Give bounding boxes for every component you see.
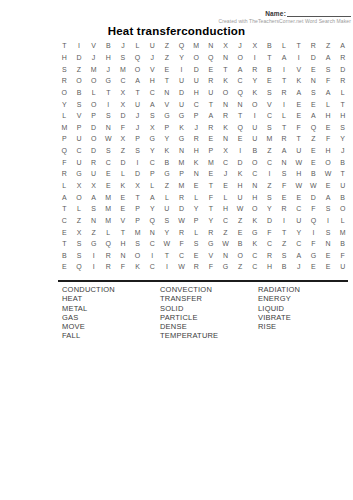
grid-cell-r6c8: V — [160, 98, 175, 110]
grid-cell-r9c15: M — [262, 133, 277, 145]
grid-cell-r10c11: P — [203, 145, 218, 157]
name-line: Name: — [265, 9, 351, 17]
grid-cell-r15c12: H — [218, 203, 233, 215]
grid-cell-r6c3: O — [86, 98, 101, 110]
grid-cell-r18c2: S — [72, 238, 87, 250]
grid-cell-r3c2: Z — [72, 63, 87, 75]
grid-cell-r2c10: O — [189, 52, 204, 64]
grid-cell-r12c5: L — [116, 168, 131, 180]
grid-cell-r13c4: E — [101, 180, 116, 192]
grid-cell-r20c16: B — [277, 261, 292, 273]
grid-cell-r8c10: J — [189, 121, 204, 133]
grid-cell-r8c7: X — [145, 121, 160, 133]
grid-cell-r10c8: K — [160, 145, 175, 157]
grid-cell-r7c14: I — [247, 110, 262, 122]
grid-cell-r19c4: R — [101, 250, 116, 262]
word-item: CONVECTION — [160, 285, 258, 294]
grid-cell-r10c3: D — [86, 145, 101, 157]
grid-cell-r20c8: I — [160, 261, 175, 273]
grid-cell-r12c8: G — [160, 168, 175, 180]
grid-cell-r17c20: M — [335, 226, 350, 238]
grid-cell-r5c11: U — [203, 87, 218, 99]
grid-cell-r11c13: D — [233, 156, 248, 168]
grid-cell-r11c19: O — [321, 156, 336, 168]
grid-cell-r9c5: X — [116, 133, 131, 145]
grid-cell-r2c3: J — [86, 52, 101, 64]
grid-cell-r6c17: E — [291, 98, 306, 110]
grid-cell-r11c4: C — [101, 156, 116, 168]
grid-cell-r11c18: E — [306, 156, 321, 168]
grid-cell-r19c15: R — [262, 250, 277, 262]
grid-cell-r2c2: D — [72, 52, 87, 64]
grid-cell-r18c19: N — [321, 238, 336, 250]
grid-cell-r8c3: D — [86, 121, 101, 133]
grid-cell-r6c6: U — [130, 98, 145, 110]
grid-cell-r2c17: I — [291, 52, 306, 64]
grid-cell-r12c10: N — [189, 168, 204, 180]
grid-cell-r11c11: M — [203, 156, 218, 168]
word-item: FALL — [62, 331, 160, 340]
grid-cell-r1c16: L — [277, 40, 292, 52]
grid-cell-r7c4: S — [101, 110, 116, 122]
grid-cell-r13c18: W — [306, 180, 321, 192]
grid-cell-r2c15: T — [262, 52, 277, 64]
grid-cell-r12c12: J — [218, 168, 233, 180]
grid-cell-r18c13: B — [233, 238, 248, 250]
grid-cell-r12c20: T — [335, 168, 350, 180]
grid-cell-r20c1: E — [57, 261, 72, 273]
grid-cell-r17c16: T — [277, 226, 292, 238]
grid-cell-r15c2: L — [72, 203, 87, 215]
grid-cell-r20c13: Z — [233, 261, 248, 273]
grid-cell-r11c15: C — [262, 156, 277, 168]
grid-cell-r12c7: P — [145, 168, 160, 180]
grid-cell-r1c18: R — [306, 40, 321, 52]
grid-cell-r1c8: Z — [160, 40, 175, 52]
grid-cell-r2c7: J — [145, 52, 160, 64]
grid-cell-r3c1: S — [57, 63, 72, 75]
grid-cell-r14c13: U — [233, 191, 248, 203]
grid-cell-r15c8: U — [160, 203, 175, 215]
grid-cell-r17c1: E — [57, 226, 72, 238]
grid-cell-r4c10: U — [189, 75, 204, 87]
grid-cell-r11c16: N — [277, 156, 292, 168]
grid-cell-r16c17: U — [291, 215, 306, 227]
grid-cell-r20c18: E — [306, 261, 321, 273]
grid-cell-r10c17: U — [291, 145, 306, 157]
grid-cell-r8c19: E — [321, 121, 336, 133]
grid-cell-r8c20: S — [335, 121, 350, 133]
grid-cell-r14c19: A — [321, 191, 336, 203]
grid-cell-r16c6: P — [130, 215, 145, 227]
grid-cell-r10c2: C — [72, 145, 87, 157]
grid-cell-r15c16: R — [277, 203, 292, 215]
grid-cell-r11c2: U — [72, 156, 87, 168]
grid-cell-r3c19: S — [321, 63, 336, 75]
grid-cell-r19c11: V — [203, 250, 218, 262]
grid-cell-r17c19: S — [321, 226, 336, 238]
word-item: LIQUID — [258, 304, 350, 313]
grid-cell-r16c13: Z — [233, 215, 248, 227]
grid-cell-r16c1: C — [57, 215, 72, 227]
word-item: VIBRATE — [258, 313, 350, 322]
grid-cell-r9c7: G — [145, 133, 160, 145]
grid-cell-r2c8: Z — [160, 52, 175, 64]
grid-cell-r8c4: N — [101, 121, 116, 133]
grid-cell-r15c3: S — [86, 203, 101, 215]
word-list-column-3: RADIATIONENERGYLIQUIDVIBRATERISE — [258, 285, 350, 341]
grid-cell-r14c8: L — [160, 191, 175, 203]
grid-cell-r8c11: R — [203, 121, 218, 133]
grid-cell-r18c11: G — [203, 238, 218, 250]
grid-cell-r10c9: N — [174, 145, 189, 157]
grid-cell-r7c10: P — [189, 110, 204, 122]
grid-cell-r8c13: Q — [233, 121, 248, 133]
grid-cell-r20c6: K — [130, 261, 145, 273]
grid-cell-r11c8: B — [160, 156, 175, 168]
grid-cell-r5c14: K — [247, 87, 262, 99]
word-item: DENSE — [160, 322, 258, 331]
grid-cell-r7c9: G — [174, 110, 189, 122]
grid-cell-r14c11: F — [203, 191, 218, 203]
grid-cell-r2c12: N — [218, 52, 233, 64]
name-blank-underline — [287, 9, 351, 17]
grid-cell-r12c16: S — [277, 168, 292, 180]
grid-cell-r17c6: M — [130, 226, 145, 238]
grid-cell-r4c3: O — [86, 75, 101, 87]
grid-cell-r5c4: T — [101, 87, 116, 99]
grid-cell-r12c11: E — [203, 168, 218, 180]
grid-cell-r2c14: I — [247, 52, 262, 64]
grid-cell-r9c3: O — [86, 133, 101, 145]
grid-cell-r12c4: E — [101, 168, 116, 180]
grid-cell-r5c9: D — [174, 87, 189, 99]
grid-cell-r10c18: E — [306, 145, 321, 157]
grid-cell-r14c18: D — [306, 191, 321, 203]
grid-cell-r5c20: L — [335, 87, 350, 99]
grid-cell-r2c20: R — [335, 52, 350, 64]
grid-cell-r18c5: H — [116, 238, 131, 250]
grid-cell-r4c7: H — [145, 75, 160, 87]
grid-cell-r19c18: G — [306, 250, 321, 262]
grid-cell-r10c7: Y — [145, 145, 160, 157]
grid-cell-r9c11: E — [203, 133, 218, 145]
grid-cell-r8c5: F — [116, 121, 131, 133]
grid-cell-r13c20: U — [335, 180, 350, 192]
grid-cell-r19c12: N — [218, 250, 233, 262]
grid-cell-r1c20: A — [335, 40, 350, 52]
grid-cell-r1c13: J — [233, 40, 248, 52]
grid-cell-r13c19: E — [321, 180, 336, 192]
grid-cell-r8c17: F — [291, 121, 306, 133]
grid-cell-r2c6: Q — [130, 52, 145, 64]
grid-cell-r7c8: G — [160, 110, 175, 122]
grid-cell-r13c9: M — [174, 180, 189, 192]
grid-cell-r3c13: A — [233, 63, 248, 75]
grid-cell-r13c10: E — [189, 180, 204, 192]
grid-cell-r20c15: H — [262, 261, 277, 273]
grid-cell-r5c6: T — [130, 87, 145, 99]
grid-cell-r20c7: C — [145, 261, 160, 273]
grid-cell-r4c11: R — [203, 75, 218, 87]
grid-cell-r14c14: H — [247, 191, 262, 203]
grid-cell-r13c8: Z — [160, 180, 175, 192]
grid-cell-r17c15: F — [262, 226, 277, 238]
grid-cell-r13c11: T — [203, 180, 218, 192]
grid-cell-r8c2: P — [72, 121, 87, 133]
grid-cell-r9c13: E — [233, 133, 248, 145]
grid-cell-r13c15: Z — [262, 180, 277, 192]
grid-cell-r2c5: S — [116, 52, 131, 64]
grid-cell-r11c20: B — [335, 156, 350, 168]
grid-cell-r13c13: H — [233, 180, 248, 192]
grid-cell-r12c1: R — [57, 168, 72, 180]
grid-cell-r3c18: E — [306, 63, 321, 75]
grid-cell-r4c4: G — [101, 75, 116, 87]
grid-cell-r6c14: O — [247, 98, 262, 110]
grid-cell-r5c15: S — [262, 87, 277, 99]
grid-cell-r10c15: Z — [262, 145, 277, 157]
grid-cell-r4c12: K — [218, 75, 233, 87]
grid-cell-r11c17: W — [291, 156, 306, 168]
grid-cell-r1c1: T — [57, 40, 72, 52]
grid-cell-r13c16: F — [277, 180, 292, 192]
grid-cell-r3c12: T — [218, 63, 233, 75]
grid-cell-r3c5: M — [116, 63, 131, 75]
puzzle-title: Heat transferconduction — [0, 25, 353, 37]
grid-cell-r14c16: E — [277, 191, 292, 203]
grid-cell-r4c1: R — [57, 75, 72, 87]
grid-cell-r9c17: T — [291, 133, 306, 145]
grid-cell-r4c17: K — [291, 75, 306, 87]
grid-cell-r20c3: I — [86, 261, 101, 273]
grid-cell-r4c5: C — [116, 75, 131, 87]
grid-cell-r8c12: K — [218, 121, 233, 133]
grid-cell-r19c1: B — [57, 250, 72, 262]
grid-cell-r20c9: W — [174, 261, 189, 273]
grid-cell-r9c10: R — [189, 133, 204, 145]
grid-cell-r13c17: W — [291, 180, 306, 192]
grid-cell-r20c19: E — [321, 261, 336, 273]
grid-cell-r5c8: N — [160, 87, 175, 99]
grid-cell-r1c19: Z — [321, 40, 336, 52]
grid-cell-r14c7: A — [145, 191, 160, 203]
grid-cell-r16c16: I — [277, 215, 292, 227]
grid-cell-r20c17: J — [291, 261, 306, 273]
grid-cell-r16c12: C — [218, 215, 233, 227]
grid-cell-r5c3: L — [86, 87, 101, 99]
grid-cell-r17c10: L — [189, 226, 204, 238]
word-search-grid: TIVBJLUZQMNXJXBLTRZAHDJHSQJZYOQNOITAIDAR… — [57, 40, 350, 273]
grid-cell-r14c5: E — [116, 191, 131, 203]
grid-cell-r9c9: G — [174, 133, 189, 145]
grid-cell-r16c20: L — [335, 215, 350, 227]
grid-cell-r17c8: Y — [160, 226, 175, 238]
grid-cell-r4c14: Y — [247, 75, 262, 87]
grid-cell-r7c2: V — [72, 110, 87, 122]
grid-cell-r10c4: S — [101, 145, 116, 157]
grid-cell-r19c9: C — [174, 250, 189, 262]
grid-cell-r2c1: H — [57, 52, 72, 64]
grid-cell-r7c13: T — [233, 110, 248, 122]
grid-cell-r20c14: C — [247, 261, 262, 273]
grid-cell-r16c9: W — [174, 215, 189, 227]
grid-cell-r7c17: E — [291, 110, 306, 122]
grid-cell-r9c12: N — [218, 133, 233, 145]
grid-cell-r7c6: J — [130, 110, 145, 122]
grid-cell-r20c12: G — [218, 261, 233, 273]
grid-cell-r13c14: N — [247, 180, 262, 192]
grid-cell-r14c2: O — [72, 191, 87, 203]
grid-cell-r4c15: E — [262, 75, 277, 87]
grid-cell-r17c12: Z — [218, 226, 233, 238]
grid-cell-r11c12: C — [218, 156, 233, 168]
grid-cell-r9c16: R — [277, 133, 292, 145]
grid-cell-r18c20: B — [335, 238, 350, 250]
word-list-column-2: CONVECTIONTRANSFERSOLIDPARTICLEDENSETEMP… — [160, 285, 258, 341]
grid-cell-r15c10: Y — [189, 203, 204, 215]
grid-cell-r15c15: Y — [262, 203, 277, 215]
grid-cell-r4c9: U — [174, 75, 189, 87]
grid-cell-r18c8: W — [160, 238, 175, 250]
grid-cell-r17c5: T — [116, 226, 131, 238]
grid-cell-r7c3: P — [86, 110, 101, 122]
grid-cell-r3c15: B — [262, 63, 277, 75]
grid-cell-r6c5: X — [116, 98, 131, 110]
grid-cell-r5c18: S — [306, 87, 321, 99]
grid-cell-r4c19: F — [321, 75, 336, 87]
grid-cell-r6c16: I — [277, 98, 292, 110]
grid-cell-r14c9: R — [174, 191, 189, 203]
grid-cell-r12c15: I — [262, 168, 277, 180]
grid-cell-r19c8: T — [160, 250, 175, 262]
grid-cell-r12c2: G — [72, 168, 87, 180]
grid-cell-r10c10: H — [189, 145, 204, 157]
grid-cell-r1c2: I — [72, 40, 87, 52]
grid-cell-r1c14: X — [247, 40, 262, 52]
grid-cell-r13c12: E — [218, 180, 233, 192]
grid-cell-r16c19: I — [321, 215, 336, 227]
grid-cell-r10c16: A — [277, 145, 292, 157]
grid-cell-r15c7: Y — [145, 203, 160, 215]
grid-cell-r8c16: T — [277, 121, 292, 133]
grid-cell-r18c15: C — [262, 238, 277, 250]
grid-cell-r14c1: A — [57, 191, 72, 203]
grid-cell-r11c3: R — [86, 156, 101, 168]
grid-cell-r14c17: E — [291, 191, 306, 203]
grid-cell-r5c13: Q — [233, 87, 248, 99]
grid-cell-r15c1: T — [57, 203, 72, 215]
grid-cell-r6c13: N — [233, 98, 248, 110]
grid-cell-r19c5: N — [116, 250, 131, 262]
grid-cell-r14c20: B — [335, 191, 350, 203]
grid-cell-r10c5: Z — [116, 145, 131, 157]
grid-cell-r5c12: O — [218, 87, 233, 99]
grid-cell-r14c10: L — [189, 191, 204, 203]
grid-cell-r3c8: E — [160, 63, 175, 75]
grid-cell-r18c16: Z — [277, 238, 292, 250]
grid-cell-r5c5: X — [116, 87, 131, 99]
grid-cell-r17c18: I — [306, 226, 321, 238]
grid-cell-r4c18: N — [306, 75, 321, 87]
grid-cell-r12c17: H — [291, 168, 306, 180]
grid-cell-r11c14: O — [247, 156, 262, 168]
grid-cell-r6c18: E — [306, 98, 321, 110]
grid-cell-r15c17: C — [291, 203, 306, 215]
grid-cell-r8c15: S — [262, 121, 277, 133]
grid-cell-r13c2: X — [72, 180, 87, 192]
grid-cell-r6c20: T — [335, 98, 350, 110]
grid-cell-r2c4: H — [101, 52, 116, 64]
grid-cell-r1c7: U — [145, 40, 160, 52]
grid-cell-r2c16: A — [277, 52, 292, 64]
grid-cell-r3c10: D — [189, 63, 204, 75]
grid-cell-r4c16: T — [277, 75, 292, 87]
grid-cell-r17c17: Y — [291, 226, 306, 238]
grid-cell-r4c13: C — [233, 75, 248, 87]
word-item: RISE — [258, 322, 350, 331]
grid-cell-r20c10: R — [189, 261, 204, 273]
grid-cell-r7c7: S — [145, 110, 160, 122]
grid-cell-r18c9: F — [174, 238, 189, 250]
grid-cell-r3c4: J — [101, 63, 116, 75]
word-item: ENERGY — [258, 294, 350, 303]
grid-cell-r6c7: A — [145, 98, 160, 110]
grid-cell-r17c4: L — [101, 226, 116, 238]
grid-cell-r11c5: D — [116, 156, 131, 168]
grid-cell-r16c14: K — [247, 215, 262, 227]
grid-cell-r1c17: T — [291, 40, 306, 52]
grid-cell-r12c6: D — [130, 168, 145, 180]
word-item: MOVE — [62, 322, 160, 331]
grid-cell-r3c14: R — [247, 63, 262, 75]
grid-cell-r7c19: H — [321, 110, 336, 122]
grid-cell-r20c5: F — [116, 261, 131, 273]
grid-cell-r2c13: O — [233, 52, 248, 64]
grid-cell-r16c11: Y — [203, 215, 218, 227]
grid-cell-r17c14: G — [247, 226, 262, 238]
grid-cell-r15c13: W — [233, 203, 248, 215]
grid-cell-r15c14: O — [247, 203, 262, 215]
grid-cell-r19c19: E — [321, 250, 336, 262]
grid-cell-r16c3: N — [86, 215, 101, 227]
grid-cell-r14c4: M — [101, 191, 116, 203]
grid-cell-r10c14: B — [247, 145, 262, 157]
grid-cell-r11c10: K — [189, 156, 204, 168]
word-item: PARTICLE — [160, 313, 258, 322]
grid-cell-r7c11: A — [203, 110, 218, 122]
grid-cell-r3c16: I — [277, 63, 292, 75]
grid-cell-r3c9: I — [174, 63, 189, 75]
grid-cell-r1c15: B — [262, 40, 277, 52]
grid-cell-r8c8: P — [160, 121, 175, 133]
grid-cell-r5c19: A — [321, 87, 336, 99]
grid-cell-r18c10: S — [189, 238, 204, 250]
grid-cell-r1c5: J — [116, 40, 131, 52]
grid-cell-r18c4: Q — [101, 238, 116, 250]
grid-cell-r7c1: L — [57, 110, 72, 122]
grid-cell-r18c3: G — [86, 238, 101, 250]
grid-cell-r9c20: Y — [335, 133, 350, 145]
grid-cell-r19c13: O — [233, 250, 248, 262]
grid-cell-r6c10: C — [189, 98, 204, 110]
grid-cell-r5c7: C — [145, 87, 160, 99]
grid-cell-r17c13: E — [233, 226, 248, 238]
grid-cell-r1c12: X — [218, 40, 233, 52]
grid-cell-r12c18: B — [306, 168, 321, 180]
grid-cell-r9c1: P — [57, 133, 72, 145]
grid-cell-r5c10: H — [189, 87, 204, 99]
